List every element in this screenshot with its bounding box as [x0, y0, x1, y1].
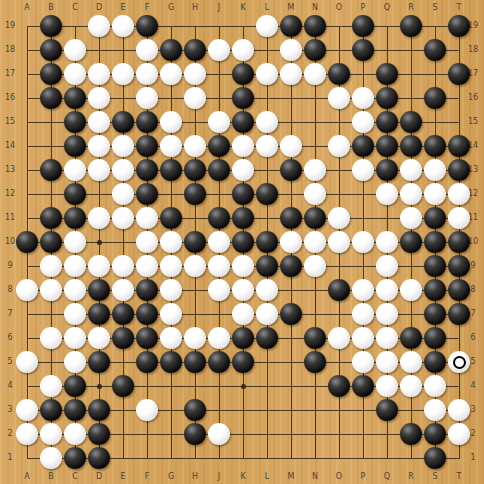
white-stone-C7[interactable]: [64, 303, 86, 325]
black-stone-D3[interactable]: [88, 399, 110, 421]
row-label-right: 2: [470, 430, 475, 438]
star-point: [241, 384, 246, 389]
black-stone-D1[interactable]: [88, 447, 110, 469]
black-stone-D5[interactable]: [88, 351, 110, 373]
go-board[interactable]: AABBCCDDEEFFGGHHJJKKLLMMNNOOPPQQRRSSTT19…: [0, 0, 484, 484]
white-stone-P13[interactable]: [352, 159, 374, 181]
column-label-bottom: H: [192, 473, 198, 481]
white-stone-N13[interactable]: [304, 159, 326, 181]
black-stone-H5[interactable]: [184, 351, 206, 373]
white-stone-N17[interactable]: [304, 63, 326, 85]
black-stone-E15[interactable]: [112, 111, 134, 133]
black-stone-R2[interactable]: [400, 423, 422, 445]
column-label-top: S: [432, 4, 437, 12]
white-stone-H16[interactable]: [184, 87, 206, 109]
white-stone-F10[interactable]: [136, 231, 158, 253]
row-label-right: 15: [468, 118, 478, 126]
black-stone-L9[interactable]: [256, 255, 278, 277]
black-stone-H13[interactable]: [184, 159, 206, 181]
column-label-bottom: G: [168, 473, 174, 481]
white-stone-S13[interactable]: [424, 159, 446, 181]
white-stone-L17[interactable]: [256, 63, 278, 85]
white-stone-O6[interactable]: [328, 327, 350, 349]
black-stone-H10[interactable]: [184, 231, 206, 253]
white-stone-E13[interactable]: [112, 159, 134, 181]
column-label-top: O: [336, 4, 342, 12]
white-stone-O14[interactable]: [328, 135, 350, 157]
column-label-top: J: [218, 4, 220, 12]
white-stone-K14[interactable]: [232, 135, 254, 157]
black-stone-F12[interactable]: [136, 183, 158, 205]
black-stone-T7[interactable]: [448, 303, 470, 325]
black-stone-N19[interactable]: [304, 15, 326, 37]
white-stone-H6[interactable]: [184, 327, 206, 349]
white-stone-Q8[interactable]: [376, 279, 398, 301]
white-stone-Q12[interactable]: [376, 183, 398, 205]
row-label-left: 12: [5, 190, 15, 198]
white-stone-C17[interactable]: [64, 63, 86, 85]
row-label-right: 3: [470, 406, 475, 414]
white-stone-T11[interactable]: [448, 207, 470, 229]
white-stone-A5[interactable]: [16, 351, 38, 373]
star-point: [97, 384, 102, 389]
black-stone-O8[interactable]: [328, 279, 350, 301]
black-stone-F5[interactable]: [136, 351, 158, 373]
white-stone-F3[interactable]: [136, 399, 158, 421]
black-stone-C4[interactable]: [64, 375, 86, 397]
white-stone-D14[interactable]: [88, 135, 110, 157]
white-stone-B2[interactable]: [40, 423, 62, 445]
white-stone-L19[interactable]: [256, 15, 278, 37]
black-stone-S5[interactable]: [424, 351, 446, 373]
column-label-top: E: [120, 4, 125, 12]
black-stone-S2[interactable]: [424, 423, 446, 445]
black-stone-F8[interactable]: [136, 279, 158, 301]
row-label-left: 8: [7, 286, 12, 294]
black-stone-J5[interactable]: [208, 351, 230, 373]
white-stone-A8[interactable]: [16, 279, 38, 301]
black-stone-F15[interactable]: [136, 111, 158, 133]
column-label-bottom: O: [336, 473, 342, 481]
white-stone-M10[interactable]: [280, 231, 302, 253]
black-stone-S14[interactable]: [424, 135, 446, 157]
white-stone-E11[interactable]: [112, 207, 134, 229]
black-stone-K12[interactable]: [232, 183, 254, 205]
white-stone-H17[interactable]: [184, 63, 206, 85]
white-stone-G14[interactable]: [160, 135, 182, 157]
white-stone-M14[interactable]: [280, 135, 302, 157]
black-stone-S18[interactable]: [424, 39, 446, 61]
white-stone-E9[interactable]: [112, 255, 134, 277]
black-stone-B13[interactable]: [40, 159, 62, 181]
white-stone-D9[interactable]: [88, 255, 110, 277]
black-stone-E4[interactable]: [112, 375, 134, 397]
black-stone-M19[interactable]: [280, 15, 302, 37]
white-stone-E17[interactable]: [112, 63, 134, 85]
white-stone-K8[interactable]: [232, 279, 254, 301]
row-label-left: 15: [5, 118, 15, 126]
white-stone-J2[interactable]: [208, 423, 230, 445]
white-stone-R8[interactable]: [400, 279, 422, 301]
black-stone-K11[interactable]: [232, 207, 254, 229]
white-stone-C13[interactable]: [64, 159, 86, 181]
black-stone-F6[interactable]: [136, 327, 158, 349]
black-stone-B19[interactable]: [40, 15, 62, 37]
white-stone-K13[interactable]: [232, 159, 254, 181]
black-stone-L12[interactable]: [256, 183, 278, 205]
row-label-right: 9: [470, 262, 475, 270]
black-stone-Q3[interactable]: [376, 399, 398, 421]
black-stone-T9[interactable]: [448, 255, 470, 277]
star-point: [97, 240, 102, 245]
black-stone-F19[interactable]: [136, 15, 158, 37]
column-label-bottom: A: [24, 473, 29, 481]
white-stone-R11[interactable]: [400, 207, 422, 229]
white-stone-G10[interactable]: [160, 231, 182, 253]
black-stone-O4[interactable]: [328, 375, 350, 397]
white-stone-G15[interactable]: [160, 111, 182, 133]
black-stone-C1[interactable]: [64, 447, 86, 469]
white-stone-B1[interactable]: [40, 447, 62, 469]
black-stone-B10[interactable]: [40, 231, 62, 253]
black-stone-K6[interactable]: [232, 327, 254, 349]
black-stone-B17[interactable]: [40, 63, 62, 85]
black-stone-F14[interactable]: [136, 135, 158, 157]
white-stone-R5[interactable]: [400, 351, 422, 373]
white-stone-C10[interactable]: [64, 231, 86, 253]
black-stone-R10[interactable]: [400, 231, 422, 253]
black-stone-F13[interactable]: [136, 159, 158, 181]
white-stone-F17[interactable]: [136, 63, 158, 85]
black-stone-R15[interactable]: [400, 111, 422, 133]
black-stone-C16[interactable]: [64, 87, 86, 109]
black-stone-S6[interactable]: [424, 327, 446, 349]
black-stone-G5[interactable]: [160, 351, 182, 373]
row-label-left: 13: [5, 166, 15, 174]
column-label-bottom: R: [408, 473, 414, 481]
black-stone-B18[interactable]: [40, 39, 62, 61]
column-label-bottom: Q: [384, 473, 390, 481]
white-stone-P7[interactable]: [352, 303, 374, 325]
white-stone-T12[interactable]: [448, 183, 470, 205]
white-stone-D16[interactable]: [88, 87, 110, 109]
column-label-bottom: E: [120, 473, 125, 481]
black-stone-N6[interactable]: [304, 327, 326, 349]
last-move-marker: [453, 356, 466, 369]
white-stone-S12[interactable]: [424, 183, 446, 205]
white-stone-P8[interactable]: [352, 279, 374, 301]
white-stone-F16[interactable]: [136, 87, 158, 109]
row-label-right: 6: [470, 334, 475, 342]
black-stone-B16[interactable]: [40, 87, 62, 109]
column-label-bottom: C: [72, 473, 78, 481]
black-stone-N11[interactable]: [304, 207, 326, 229]
column-label-bottom: P: [361, 473, 366, 481]
black-stone-N18[interactable]: [304, 39, 326, 61]
black-stone-R14[interactable]: [400, 135, 422, 157]
black-stone-R19[interactable]: [400, 15, 422, 37]
column-label-top: H: [192, 4, 198, 12]
black-stone-B3[interactable]: [40, 399, 62, 421]
black-stone-J11[interactable]: [208, 207, 230, 229]
black-stone-P19[interactable]: [352, 15, 374, 37]
row-label-left: 11: [5, 214, 15, 222]
white-stone-R13[interactable]: [400, 159, 422, 181]
black-stone-G18[interactable]: [160, 39, 182, 61]
white-stone-P10[interactable]: [352, 231, 374, 253]
white-stone-L15[interactable]: [256, 111, 278, 133]
white-stone-A2[interactable]: [16, 423, 38, 445]
white-stone-G6[interactable]: [160, 327, 182, 349]
column-label-top: F: [145, 4, 150, 12]
black-stone-P18[interactable]: [352, 39, 374, 61]
white-stone-P6[interactable]: [352, 327, 374, 349]
row-label-left: 16: [5, 94, 15, 102]
column-label-bottom: L: [265, 473, 269, 481]
white-stone-C9[interactable]: [64, 255, 86, 277]
black-stone-M13[interactable]: [280, 159, 302, 181]
black-stone-B11[interactable]: [40, 207, 62, 229]
black-stone-P4[interactable]: [352, 375, 374, 397]
black-stone-C12[interactable]: [64, 183, 86, 205]
column-label-bottom: S: [432, 473, 437, 481]
white-stone-B4[interactable]: [40, 375, 62, 397]
black-stone-K17[interactable]: [232, 63, 254, 85]
black-stone-R6[interactable]: [400, 327, 422, 349]
column-label-top: L: [265, 4, 269, 12]
black-stone-K16[interactable]: [232, 87, 254, 109]
black-stone-H3[interactable]: [184, 399, 206, 421]
column-label-top: T: [457, 4, 462, 12]
white-stone-T5[interactable]: [448, 351, 470, 373]
column-label-bottom: J: [218, 473, 220, 481]
white-stone-S3[interactable]: [424, 399, 446, 421]
black-stone-T17[interactable]: [448, 63, 470, 85]
black-stone-F7[interactable]: [136, 303, 158, 325]
row-label-left: 4: [7, 382, 12, 390]
black-stone-K15[interactable]: [232, 111, 254, 133]
white-stone-J18[interactable]: [208, 39, 230, 61]
black-stone-D7[interactable]: [88, 303, 110, 325]
white-stone-T3[interactable]: [448, 399, 470, 421]
black-stone-E6[interactable]: [112, 327, 134, 349]
row-label-right: 7: [470, 310, 475, 318]
white-stone-D15[interactable]: [88, 111, 110, 133]
white-stone-C5[interactable]: [64, 351, 86, 373]
row-label-left: 18: [5, 46, 15, 54]
black-stone-D8[interactable]: [88, 279, 110, 301]
white-stone-E12[interactable]: [112, 183, 134, 205]
column-label-top: P: [361, 4, 366, 12]
white-stone-Q7[interactable]: [376, 303, 398, 325]
white-stone-G7[interactable]: [160, 303, 182, 325]
row-label-right: 4: [470, 382, 475, 390]
black-stone-T13[interactable]: [448, 159, 470, 181]
column-label-top: R: [408, 4, 414, 12]
column-label-bottom: F: [145, 473, 150, 481]
row-label-left: 1: [7, 454, 12, 462]
column-label-top: D: [96, 4, 102, 12]
black-stone-T8[interactable]: [448, 279, 470, 301]
white-stone-D19[interactable]: [88, 15, 110, 37]
black-stone-S10[interactable]: [424, 231, 446, 253]
black-stone-C14[interactable]: [64, 135, 86, 157]
white-stone-J6[interactable]: [208, 327, 230, 349]
white-stone-J15[interactable]: [208, 111, 230, 133]
white-stone-D11[interactable]: [88, 207, 110, 229]
white-stone-F9[interactable]: [136, 255, 158, 277]
white-stone-N9[interactable]: [304, 255, 326, 277]
black-stone-P14[interactable]: [352, 135, 374, 157]
column-label-bottom: N: [312, 473, 318, 481]
row-label-left: 10: [5, 238, 15, 246]
black-stone-M9[interactable]: [280, 255, 302, 277]
row-label-left: 6: [7, 334, 12, 342]
white-stone-H9[interactable]: [184, 255, 206, 277]
white-stone-P16[interactable]: [352, 87, 374, 109]
column-label-top: N: [312, 4, 318, 12]
white-stone-D13[interactable]: [88, 159, 110, 181]
black-stone-H18[interactable]: [184, 39, 206, 61]
white-stone-O10[interactable]: [328, 231, 350, 253]
white-stone-C18[interactable]: [64, 39, 86, 61]
black-stone-Q14[interactable]: [376, 135, 398, 157]
white-stone-B8[interactable]: [40, 279, 62, 301]
black-stone-G11[interactable]: [160, 207, 182, 229]
white-stone-L8[interactable]: [256, 279, 278, 301]
white-stone-N12[interactable]: [304, 183, 326, 205]
black-stone-C3[interactable]: [64, 399, 86, 421]
white-stone-J9[interactable]: [208, 255, 230, 277]
white-stone-Q5[interactable]: [376, 351, 398, 373]
white-stone-B9[interactable]: [40, 255, 62, 277]
white-stone-Q9[interactable]: [376, 255, 398, 277]
white-stone-L14[interactable]: [256, 135, 278, 157]
white-stone-P15[interactable]: [352, 111, 374, 133]
black-stone-C15[interactable]: [64, 111, 86, 133]
column-label-bottom: B: [48, 473, 54, 481]
white-stone-R12[interactable]: [400, 183, 422, 205]
black-stone-Q16[interactable]: [376, 87, 398, 109]
black-stone-E7[interactable]: [112, 303, 134, 325]
white-stone-Q6[interactable]: [376, 327, 398, 349]
row-label-left: 9: [7, 262, 12, 270]
black-stone-T19[interactable]: [448, 15, 470, 37]
white-stone-C6[interactable]: [64, 327, 86, 349]
white-stone-H14[interactable]: [184, 135, 206, 157]
white-stone-M18[interactable]: [280, 39, 302, 61]
black-stone-S8[interactable]: [424, 279, 446, 301]
white-stone-R4[interactable]: [400, 375, 422, 397]
row-label-left: 14: [5, 142, 15, 150]
white-stone-P5[interactable]: [352, 351, 374, 373]
row-label-left: 7: [7, 310, 12, 318]
column-label-top: A: [24, 4, 29, 12]
black-stone-O17[interactable]: [328, 63, 350, 85]
white-stone-E8[interactable]: [112, 279, 134, 301]
white-stone-F11[interactable]: [136, 207, 158, 229]
column-label-top: B: [48, 4, 54, 12]
white-stone-B6[interactable]: [40, 327, 62, 349]
black-stone-H12[interactable]: [184, 183, 206, 205]
row-label-left: 17: [5, 70, 15, 78]
white-stone-K7[interactable]: [232, 303, 254, 325]
row-label-right: 18: [468, 46, 478, 54]
white-stone-L7[interactable]: [256, 303, 278, 325]
white-stone-D6[interactable]: [88, 327, 110, 349]
white-stone-O16[interactable]: [328, 87, 350, 109]
white-stone-K9[interactable]: [232, 255, 254, 277]
white-stone-C8[interactable]: [64, 279, 86, 301]
black-stone-T10[interactable]: [448, 231, 470, 253]
white-stone-Q10[interactable]: [376, 231, 398, 253]
black-stone-K5[interactable]: [232, 351, 254, 373]
black-stone-J13[interactable]: [208, 159, 230, 181]
black-stone-S7[interactable]: [424, 303, 446, 325]
black-stone-K10[interactable]: [232, 231, 254, 253]
black-stone-M7[interactable]: [280, 303, 302, 325]
white-stone-D17[interactable]: [88, 63, 110, 85]
black-stone-C11[interactable]: [64, 207, 86, 229]
column-label-top: Q: [384, 4, 390, 12]
black-stone-Q13[interactable]: [376, 159, 398, 181]
column-label-bottom: K: [240, 473, 245, 481]
row-label-right: 8: [470, 286, 475, 294]
white-stone-E14[interactable]: [112, 135, 134, 157]
black-stone-H2[interactable]: [184, 423, 206, 445]
white-stone-M17[interactable]: [280, 63, 302, 85]
row-label-right: 16: [468, 94, 478, 102]
row-label-left: 3: [7, 406, 12, 414]
white-stone-E19[interactable]: [112, 15, 134, 37]
black-stone-S9[interactable]: [424, 255, 446, 277]
black-stone-S1[interactable]: [424, 447, 446, 469]
black-stone-Q15[interactable]: [376, 111, 398, 133]
black-stone-M11[interactable]: [280, 207, 302, 229]
black-stone-L6[interactable]: [256, 327, 278, 349]
white-stone-G17[interactable]: [160, 63, 182, 85]
black-stone-A10[interactable]: [16, 231, 38, 253]
white-stone-G9[interactable]: [160, 255, 182, 277]
white-stone-J10[interactable]: [208, 231, 230, 253]
white-stone-O11[interactable]: [328, 207, 350, 229]
white-stone-J8[interactable]: [208, 279, 230, 301]
white-stone-K18[interactable]: [232, 39, 254, 61]
white-stone-T2[interactable]: [448, 423, 470, 445]
column-label-top: M: [288, 4, 295, 12]
row-label-right: 5: [470, 358, 475, 366]
black-stone-D2[interactable]: [88, 423, 110, 445]
white-stone-Q4[interactable]: [376, 375, 398, 397]
row-label-right: 1: [470, 454, 475, 462]
white-stone-A3[interactable]: [16, 399, 38, 421]
column-label-top: G: [168, 4, 174, 12]
white-stone-F18[interactable]: [136, 39, 158, 61]
black-stone-T14[interactable]: [448, 135, 470, 157]
white-stone-G8[interactable]: [160, 279, 182, 301]
column-label-bottom: M: [288, 473, 295, 481]
black-stone-S16[interactable]: [424, 87, 446, 109]
black-stone-L10[interactable]: [256, 231, 278, 253]
white-stone-S4[interactable]: [424, 375, 446, 397]
black-stone-S11[interactable]: [424, 207, 446, 229]
black-stone-Q17[interactable]: [376, 63, 398, 85]
black-stone-J14[interactable]: [208, 135, 230, 157]
white-stone-C2[interactable]: [64, 423, 86, 445]
white-stone-N10[interactable]: [304, 231, 326, 253]
black-stone-N5[interactable]: [304, 351, 326, 373]
black-stone-G13[interactable]: [160, 159, 182, 181]
